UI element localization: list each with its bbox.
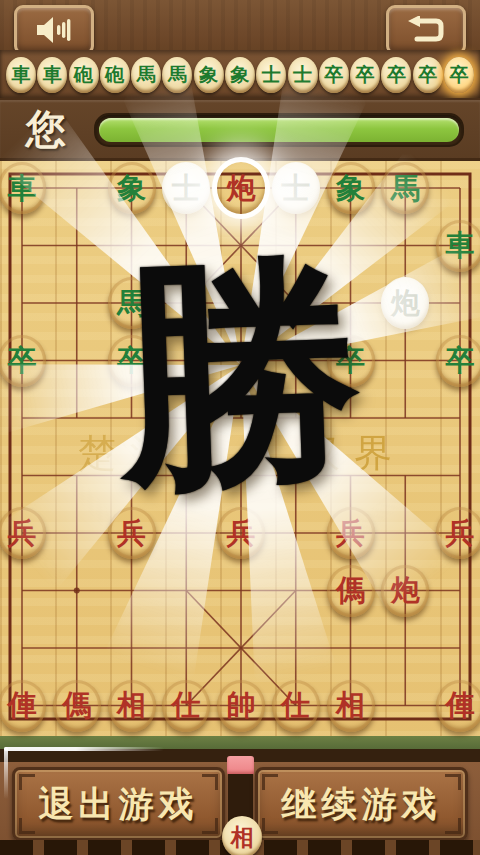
captured-piece-車: 車 (6, 57, 36, 93)
bottom-bar: 退出游戏 相 继续游戏 (0, 762, 480, 855)
board-piece-帥[interactable]: 帥 (217, 680, 265, 732)
board-piece-馬[interactable]: 馬 (108, 277, 156, 329)
board-piece-兵[interactable]: 兵 (108, 507, 156, 559)
board-piece-卒[interactable]: 卒 (436, 335, 480, 387)
captured-piece-象: 象 (225, 57, 255, 93)
board-piece-卒[interactable]: 卒 (327, 335, 375, 387)
board-piece-卒[interactable]: 卒 (108, 335, 156, 387)
corner-ornament (19, 774, 35, 790)
corner-ornament (262, 818, 278, 834)
captured-piece-卒: 卒 (444, 57, 474, 93)
game-screen: 車車砲砲馬馬象象士士卒卒卒卒卒 您 楚河汉界 車象士炮士象馬車馬炮卒卒卒卒兵兵兵… (0, 0, 480, 855)
progress-bar (94, 113, 464, 147)
sound-button[interactable] (14, 5, 94, 55)
board-piece-士[interactable]: 士 (162, 162, 210, 214)
board-piece-俥[interactable]: 俥 (0, 680, 46, 732)
corner-ornament (202, 818, 218, 834)
continue-game-button[interactable]: 继续游戏 (255, 767, 468, 841)
highlight-corner (4, 747, 164, 751)
board-piece-傌[interactable]: 傌 (53, 680, 101, 732)
board-piece-象[interactable]: 象 (108, 162, 156, 214)
board-piece-兵[interactable]: 兵 (0, 507, 46, 559)
board-piece-仕[interactable]: 仕 (272, 680, 320, 732)
board-piece-傌[interactable]: 傌 (327, 565, 375, 617)
corner-ornament (202, 774, 218, 790)
captured-piece-馬: 馬 (131, 57, 161, 93)
return-arrow-icon (405, 16, 447, 44)
captured-piece-士: 士 (256, 57, 286, 93)
corner-ornament (445, 818, 461, 834)
captured-piece-砲: 砲 (69, 57, 99, 93)
board-piece-兵[interactable]: 兵 (327, 507, 375, 559)
speaker-volume-icon (34, 15, 74, 45)
board-piece-馬[interactable]: 馬 (381, 162, 429, 214)
captured-piece-卒: 卒 (319, 57, 349, 93)
player-label: 您 (26, 102, 66, 157)
board-piece-相[interactable]: 相 (108, 680, 156, 732)
captured-piece-士: 士 (288, 57, 318, 93)
captured-piece-車: 車 (37, 57, 67, 93)
board-piece-車[interactable]: 車 (436, 220, 480, 272)
board-piece-兵[interactable]: 兵 (217, 507, 265, 559)
corner-ornament (19, 818, 35, 834)
peek-piece-xiang: 相 (222, 816, 262, 855)
captured-piece-卒: 卒 (381, 57, 411, 93)
board-piece-炮[interactable]: 炮 (381, 277, 429, 329)
board-piece-炮[interactable]: 炮 (381, 565, 429, 617)
board-piece-炮[interactable]: 炮 (217, 162, 265, 214)
board-piece-仕[interactable]: 仕 (162, 680, 210, 732)
continue-game-label: 继续游戏 (282, 781, 442, 828)
captured-piece-卒: 卒 (413, 57, 443, 93)
captured-piece-砲: 砲 (100, 57, 130, 93)
board-piece-相[interactable]: 相 (327, 680, 375, 732)
board-piece-卒[interactable]: 卒 (0, 335, 46, 387)
board-piece-車[interactable]: 車 (0, 162, 46, 214)
back-button[interactable] (386, 5, 466, 55)
captured-piece-卒: 卒 (350, 57, 380, 93)
board-piece-兵[interactable]: 兵 (436, 507, 480, 559)
player-panel: 您 (0, 98, 480, 160)
captured-tray: 車車砲砲馬馬象象士士卒卒卒卒卒 (0, 57, 480, 95)
progress-fill (99, 118, 459, 142)
board-piece-俥[interactable]: 俥 (436, 680, 480, 732)
board-piece-象[interactable]: 象 (327, 162, 375, 214)
center-badge (227, 756, 254, 775)
corner-ornament (445, 774, 461, 790)
exit-game-button[interactable]: 退出游戏 (12, 767, 225, 841)
captured-piece-象: 象 (194, 57, 224, 93)
xiangqi-board[interactable]: 楚河汉界 車象士炮士象馬車馬炮卒卒卒卒兵兵兵兵兵傌炮俥傌相仕帥仕相俥 勝 (0, 158, 480, 743)
highlight-corner (4, 747, 8, 799)
captured-piece-馬: 馬 (162, 57, 192, 93)
corner-ornament (262, 774, 278, 790)
exit-game-label: 退出游戏 (39, 781, 199, 828)
board-piece-士[interactable]: 士 (272, 162, 320, 214)
pieces-layer: 車象士炮士象馬車馬炮卒卒卒卒兵兵兵兵兵傌炮俥傌相仕帥仕相俥 (0, 161, 480, 743)
